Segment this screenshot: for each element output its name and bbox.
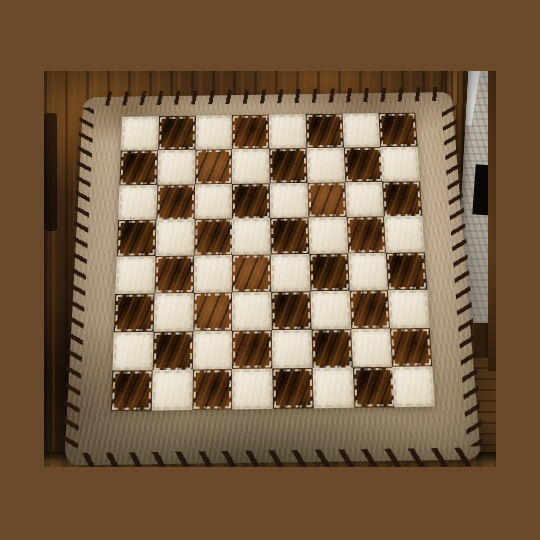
- square-r7c6: [311, 329, 352, 368]
- square-r5c8: [386, 252, 427, 290]
- square-r3c1: [118, 184, 157, 220]
- square-r8c2: [151, 370, 192, 411]
- square-r2c5: [269, 148, 307, 183]
- square-r4c8: [384, 216, 424, 253]
- cowhide-mat-perspective: [64, 92, 481, 465]
- table-edge-shadow: [44, 113, 57, 231]
- square-r1c5: [269, 114, 307, 148]
- square-r3c2: [156, 184, 195, 220]
- square-r2c1: [119, 150, 158, 185]
- square-r6c6: [310, 290, 351, 329]
- square-r8c8: [392, 367, 435, 408]
- square-r6c2: [153, 293, 193, 331]
- square-r7c4: [232, 330, 272, 370]
- square-r4c1: [117, 220, 156, 257]
- square-r3c4: [232, 183, 270, 219]
- square-r2c8: [380, 146, 419, 181]
- square-r5c4: [232, 255, 271, 292]
- square-r4c3: [194, 219, 233, 256]
- cowhide-mat: [64, 92, 481, 465]
- square-r5c2: [154, 256, 193, 294]
- chess-board: [111, 113, 435, 411]
- square-r1c2: [158, 116, 195, 150]
- square-r7c3: [192, 330, 232, 369]
- square-r2c7: [343, 147, 382, 182]
- square-r3c5: [270, 182, 308, 218]
- square-r1c6: [305, 114, 343, 148]
- wood-edge-right: [488, 71, 496, 371]
- square-r8c6: [312, 368, 354, 409]
- square-r5c5: [271, 254, 311, 292]
- square-r6c8: [388, 290, 429, 328]
- square-r7c5: [272, 329, 313, 369]
- square-r1c1: [121, 116, 159, 150]
- square-r6c7: [349, 290, 390, 329]
- square-r5c3: [193, 255, 232, 293]
- square-r1c7: [342, 113, 380, 147]
- square-r5c6: [309, 253, 349, 291]
- square-r1c4: [232, 115, 269, 149]
- square-r7c1: [112, 331, 153, 371]
- square-r6c5: [271, 291, 311, 330]
- brown-frame-background: [0, 0, 540, 540]
- square-r3c8: [382, 181, 422, 217]
- square-r7c2: [153, 331, 193, 371]
- square-r2c4: [232, 149, 270, 184]
- square-r2c2: [157, 149, 195, 184]
- square-r2c3: [195, 149, 233, 184]
- square-r8c1: [111, 371, 153, 411]
- square-r5c1: [115, 256, 155, 293]
- square-r4c7: [346, 217, 386, 254]
- square-r1c8: [379, 113, 418, 147]
- chessboard-photo: [44, 71, 496, 467]
- square-r4c2: [155, 219, 194, 256]
- square-r3c3: [194, 183, 232, 219]
- square-r6c4: [232, 292, 272, 331]
- square-r6c1: [114, 293, 154, 332]
- square-r4c5: [270, 218, 309, 255]
- square-r4c6: [308, 217, 348, 254]
- square-r5c7: [348, 253, 388, 290]
- square-r4c4: [232, 218, 271, 255]
- square-r6c3: [193, 292, 232, 331]
- square-r8c4: [232, 369, 273, 410]
- square-r1c3: [195, 115, 232, 149]
- square-r7c7: [351, 328, 393, 368]
- square-r2c6: [306, 147, 344, 182]
- square-r8c3: [192, 369, 233, 410]
- square-r3c7: [345, 181, 384, 217]
- square-r8c5: [272, 368, 313, 409]
- square-r8c7: [352, 367, 394, 407]
- square-r7c8: [390, 327, 432, 367]
- square-r3c6: [307, 182, 346, 218]
